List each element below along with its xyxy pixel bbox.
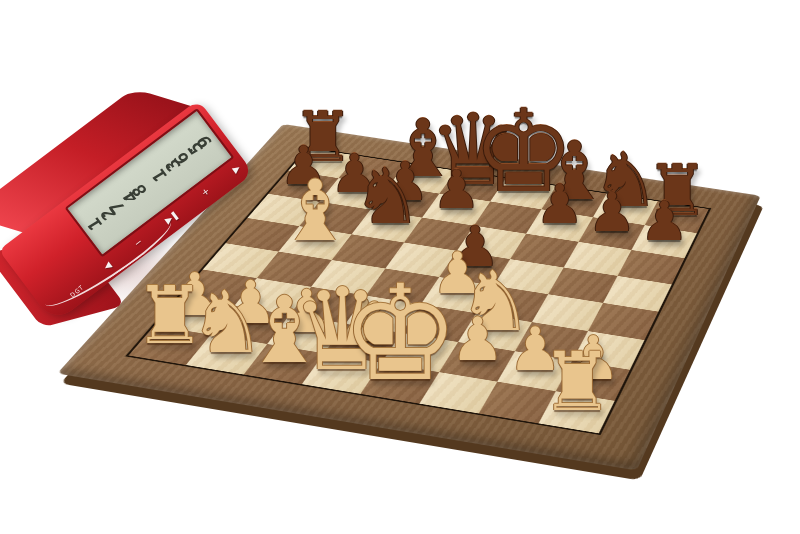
piece-white-rook-h1[interactable]: ♜: [541, 341, 614, 422]
piece-black-pawn-f7[interactable]: ♟: [536, 178, 584, 232]
piece-black-pawn-h7[interactable]: ♟: [640, 194, 689, 248]
chess-clock: 1.27.48 1.36.59 ◀ − ▶❚ + ▶ DGT: [2, 106, 248, 306]
product-photo-scene: ♜♝♛♟♚♟♝♟♞♟♜♟♞♟♟♝♟♟♟♟♞♟♟♜♞♟♝♟♛♟♚♜ 1.27.48…: [0, 0, 800, 534]
clock-forward-button[interactable]: ▶: [231, 163, 242, 174]
piece-black-pawn-g7[interactable]: ♟: [588, 186, 637, 240]
piece-white-king-e1[interactable]: ♚: [341, 268, 459, 400]
piece-black-knight-c6[interactable]: ♞: [353, 159, 422, 236]
clock-plus-button[interactable]: +: [200, 186, 211, 198]
lcd-digit: 9: [181, 125, 227, 158]
piece-white-bishop-b5[interactable]: ♝: [278, 169, 354, 254]
piece-black-pawn-d7[interactable]: ♟: [432, 163, 480, 217]
